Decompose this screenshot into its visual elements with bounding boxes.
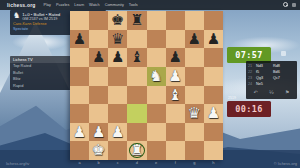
nav-item-puzzles[interactable]: Puzzles	[56, 3, 69, 7]
coord-file-d: d	[127, 160, 146, 166]
square-d3[interactable]	[127, 104, 146, 123]
white-pawn-a2: ♟	[70, 123, 89, 142]
square-b7[interactable]	[89, 30, 108, 49]
black-king-c8: ♚	[108, 11, 127, 30]
tv-panel-header: Lichess TV	[10, 56, 78, 63]
square-h8[interactable]	[204, 11, 223, 30]
draw-offer-icon[interactable]: ½	[269, 89, 274, 95]
square-a7[interactable]: ♟	[70, 30, 89, 49]
move-san[interactable]: Qg3	[256, 76, 273, 80]
white-queen-g3: ♛	[185, 104, 204, 123]
white-knight-e5: ♞	[147, 67, 166, 86]
square-a1[interactable]	[70, 141, 89, 160]
square-d6[interactable]: ♝	[127, 48, 146, 67]
black-pawn-a7: ♟	[70, 30, 89, 49]
footer-right-text: © lichess.org	[274, 161, 297, 166]
black-bishop-d6: ♝	[127, 48, 146, 67]
square-d5[interactable]	[127, 67, 146, 86]
white-player-label: 2519	[228, 96, 236, 100]
square-f1[interactable]	[166, 141, 185, 160]
square-e7[interactable]	[147, 30, 166, 49]
move-row-24: 24Ne5	[248, 81, 295, 87]
white-bishop-f4: ♝	[166, 86, 185, 105]
user-menu-icon[interactable]	[292, 3, 296, 7]
square-b1[interactable]: ♚	[89, 141, 108, 160]
nav-item-community[interactable]: Community	[105, 3, 124, 7]
square-h4[interactable]	[204, 86, 223, 105]
square-f6[interactable]: ♟	[166, 48, 185, 67]
square-g3[interactable]: ♛	[185, 104, 204, 123]
square-b4[interactable]	[89, 86, 108, 105]
square-d8[interactable]: ♜	[127, 11, 146, 30]
board-container: ♚♜♟♛♟♟♟♟♝♟♞♟♝♛♟♟♟♟♚♜	[70, 11, 223, 160]
main-nav: Play Puzzles Learn Watch Community Tools	[44, 3, 138, 7]
coord-file-h: h	[204, 160, 223, 166]
square-c7[interactable]: ♛	[108, 30, 127, 49]
square-e2[interactable]	[147, 123, 166, 142]
nav-item-watch[interactable]: Watch	[89, 3, 100, 7]
coord-file-e: e	[147, 160, 166, 166]
black-pawn-h7: ♟	[204, 30, 223, 49]
coord-file-b: b	[89, 160, 108, 166]
white-clock: 00:16	[227, 101, 271, 117]
move-number: 22	[248, 70, 256, 74]
square-f5[interactable]: ♟	[166, 67, 185, 86]
resign-flag-icon[interactable]: ⚑	[285, 89, 289, 95]
square-f2[interactable]	[166, 123, 185, 142]
square-g2[interactable]	[185, 123, 204, 142]
square-c3[interactable]	[108, 104, 127, 123]
square-d4[interactable]	[127, 86, 146, 105]
coord-file-a: a	[70, 160, 89, 166]
square-b8[interactable]	[89, 11, 108, 30]
white-king-b1: ♚	[89, 141, 108, 160]
square-h2[interactable]	[204, 123, 223, 142]
move-san[interactable]: Rd8	[273, 64, 290, 68]
black-rook-d8: ♜	[127, 11, 146, 30]
square-c2[interactable]: ♟	[108, 123, 127, 142]
move-number: 23	[248, 76, 256, 80]
black-pawn-g7: ♟	[185, 30, 204, 49]
square-a2[interactable]: ♟	[70, 123, 89, 142]
coord-file-f: f	[166, 160, 185, 166]
square-c5[interactable]	[108, 67, 127, 86]
square-f3[interactable]	[166, 104, 185, 123]
square-h6[interactable]	[204, 48, 223, 67]
knight-icon: ♞	[13, 12, 20, 20]
tv-channel-rapid[interactable]: Rapid	[10, 83, 78, 90]
square-g8[interactable]	[185, 11, 204, 30]
square-a3[interactable]	[70, 104, 89, 123]
tv-channel-top-rated[interactable]: Top Rated	[10, 63, 78, 70]
lichess-logo[interactable]: lichess.org	[7, 2, 36, 8]
topbar-right	[283, 2, 296, 7]
square-g4[interactable]	[185, 86, 204, 105]
square-d7[interactable]	[127, 30, 146, 49]
move-san[interactable]: Ne5	[256, 82, 273, 86]
black-pawn-f6: ♟	[166, 48, 185, 67]
tv-channels-panel: Lichess TV Top Rated Bullet Blitz Rapid	[10, 56, 78, 90]
black-queen-c7: ♛	[108, 30, 127, 49]
square-h3[interactable]: ♟	[204, 104, 223, 123]
square-e6[interactable]	[147, 48, 166, 67]
nav-item-play[interactable]: Play	[44, 3, 51, 7]
square-f4[interactable]: ♝	[166, 86, 185, 105]
square-c1[interactable]	[108, 141, 127, 160]
white-pawn-f5: ♟	[166, 67, 185, 86]
move-san[interactable]: Bd6	[273, 70, 290, 74]
white-pawn-c2: ♟	[108, 123, 127, 142]
square-e4[interactable]	[147, 86, 166, 105]
square-b6[interactable]: ♟	[89, 48, 108, 67]
move-number: 21	[248, 64, 256, 68]
square-e3[interactable]	[147, 104, 166, 123]
move-number: 24	[248, 82, 256, 86]
square-a6[interactable]	[70, 48, 89, 67]
square-e5[interactable]: ♞	[147, 67, 166, 86]
takeback-icon[interactable]: ↶	[254, 89, 258, 95]
nav-item-tools[interactable]: Tools	[129, 3, 138, 7]
square-f7[interactable]	[166, 30, 185, 49]
square-b2[interactable]: ♟	[89, 123, 108, 142]
square-g1[interactable]	[185, 141, 204, 160]
square-f8[interactable]	[166, 11, 185, 30]
move-san[interactable]: Qc7	[273, 76, 290, 80]
nav-item-learn[interactable]: Learn	[74, 3, 84, 7]
square-g5[interactable]	[185, 67, 204, 86]
square-e8[interactable]	[147, 11, 166, 30]
square-a8[interactable]	[70, 11, 89, 30]
clock-badge-icon	[281, 51, 286, 56]
square-b3[interactable]	[89, 104, 108, 123]
top-navbar: lichess.org Play Puzzles Learn Watch Com…	[0, 0, 300, 10]
move-san[interactable]: Nd3	[256, 64, 273, 68]
square-g7[interactable]: ♟	[185, 30, 204, 49]
black-pawn-c6: ♟	[108, 48, 127, 67]
move-list-panel: 21Nd3Rd822f5Bd623Qg3Qc724Ne5 ↶½⚑	[246, 61, 297, 99]
black-pawn-b6: ♟	[89, 48, 108, 67]
circle-annotation-d1	[129, 143, 145, 158]
search-icon[interactable]	[283, 2, 288, 7]
lichess-tv-screenshot: lichess.org Play Puzzles Learn Watch Com…	[0, 0, 300, 168]
chess-board: ♚♜♟♛♟♟♟♟♝♟♞♟♝♛♟♟♟♟♚♜	[70, 11, 223, 160]
coord-file-g: g	[185, 160, 204, 166]
coord-file-c: c	[108, 160, 127, 166]
white-pawn-b2: ♟	[89, 123, 108, 142]
square-c4[interactable]	[108, 86, 127, 105]
square-b5[interactable]	[89, 67, 108, 86]
tv-channel-blitz[interactable]: Blitz	[10, 76, 78, 83]
white-pawn-h3: ♟	[204, 104, 223, 123]
square-c8[interactable]: ♚	[108, 11, 127, 30]
square-e1[interactable]	[147, 141, 166, 160]
square-h5[interactable]	[204, 67, 223, 86]
square-h7[interactable]: ♟	[204, 30, 223, 49]
square-a5[interactable]	[70, 67, 89, 86]
game-action-buttons: ↶½⚑	[248, 89, 295, 95]
square-g6[interactable]	[185, 48, 204, 67]
square-d2[interactable]	[127, 123, 146, 142]
square-c6[interactable]: ♟	[108, 48, 127, 67]
square-d1[interactable]: ♜	[127, 141, 146, 160]
square-a4[interactable]	[70, 86, 89, 105]
file-coordinates: abcdefgh	[70, 160, 223, 166]
square-h1[interactable]	[204, 141, 223, 160]
tv-channel-bullet[interactable]: Bullet	[10, 70, 78, 77]
footer-left-text[interactable]: lichess.org/tv	[6, 161, 29, 166]
move-list: 21Nd3Rd822f5Bd623Qg3Qc724Ne5	[248, 63, 295, 88]
move-san[interactable]: f5	[256, 70, 273, 74]
